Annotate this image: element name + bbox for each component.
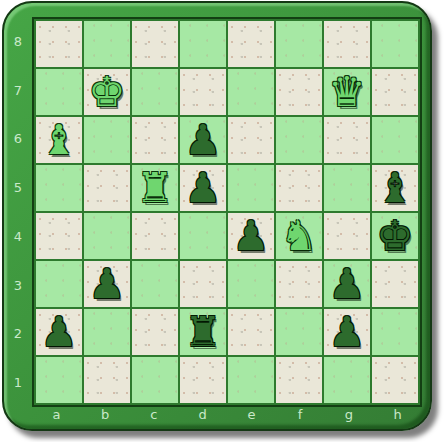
square-a3[interactable] (36, 261, 82, 307)
rank-label: 5 (4, 163, 32, 212)
square-g4[interactable] (324, 213, 370, 259)
square-h8[interactable] (372, 21, 418, 67)
square-a5[interactable] (36, 165, 82, 211)
square-d2[interactable]: ♜ (180, 309, 226, 355)
square-a8[interactable] (36, 21, 82, 67)
square-h2[interactable] (372, 309, 418, 355)
square-a1[interactable] (36, 357, 82, 403)
square-e7[interactable] (228, 69, 274, 115)
file-label: f (276, 407, 325, 427)
square-a6[interactable]: ♝ (36, 117, 82, 163)
white-king-b7[interactable]: ♚ (84, 69, 130, 115)
square-b4[interactable] (84, 213, 130, 259)
square-g3[interactable]: ♟ (324, 261, 370, 307)
square-e1[interactable] (228, 357, 274, 403)
white-knight-f4[interactable]: ♞ (276, 213, 322, 259)
square-g6[interactable] (324, 117, 370, 163)
square-d4[interactable] (180, 213, 226, 259)
file-label: c (130, 407, 179, 427)
square-d7[interactable] (180, 69, 226, 115)
black-pawn-a2[interactable]: ♟ (36, 309, 82, 355)
square-b2[interactable] (84, 309, 130, 355)
square-h5[interactable]: ♝ (372, 165, 418, 211)
square-a2[interactable]: ♟ (36, 309, 82, 355)
square-f1[interactable] (276, 357, 322, 403)
square-c1[interactable] (132, 357, 178, 403)
square-b8[interactable] (84, 21, 130, 67)
square-f2[interactable] (276, 309, 322, 355)
square-b1[interactable] (84, 357, 130, 403)
square-f4[interactable]: ♞ (276, 213, 322, 259)
square-e4[interactable]: ♟ (228, 213, 274, 259)
square-e8[interactable] (228, 21, 274, 67)
black-pawn-b3[interactable]: ♟ (84, 261, 130, 307)
square-d6[interactable]: ♟ (180, 117, 226, 163)
square-h7[interactable] (372, 69, 418, 115)
square-e2[interactable] (228, 309, 274, 355)
square-d1[interactable] (180, 357, 226, 403)
square-e3[interactable] (228, 261, 274, 307)
square-c6[interactable] (132, 117, 178, 163)
square-b5[interactable] (84, 165, 130, 211)
square-b7[interactable]: ♚ (84, 69, 130, 115)
square-a4[interactable] (36, 213, 82, 259)
file-label: d (178, 407, 227, 427)
black-pawn-g3[interactable]: ♟ (324, 261, 370, 307)
square-f6[interactable] (276, 117, 322, 163)
black-pawn-e4[interactable]: ♟ (228, 213, 274, 259)
chessboard[interactable]: ♚♛♝♟♜♟♝♟♞♚♟♟♟♜♟ (32, 17, 422, 407)
square-c5[interactable]: ♜ (132, 165, 178, 211)
square-c3[interactable] (132, 261, 178, 307)
rank-labels: 87654321 (4, 17, 32, 407)
square-b3[interactable]: ♟ (84, 261, 130, 307)
square-c2[interactable] (132, 309, 178, 355)
square-d8[interactable] (180, 21, 226, 67)
square-d5[interactable]: ♟ (180, 165, 226, 211)
square-c8[interactable] (132, 21, 178, 67)
square-c4[interactable] (132, 213, 178, 259)
square-f8[interactable] (276, 21, 322, 67)
square-g1[interactable] (324, 357, 370, 403)
rank-label: 6 (4, 115, 32, 164)
square-e5[interactable] (228, 165, 274, 211)
square-f7[interactable] (276, 69, 322, 115)
square-h6[interactable] (372, 117, 418, 163)
chess-app-window: 87654321 ♚♛♝♟♜♟♝♟♞♚♟♟♟♜♟ abcdefgh (0, 0, 444, 442)
rank-label: 8 (4, 17, 32, 66)
file-label: h (373, 407, 422, 427)
square-d3[interactable] (180, 261, 226, 307)
square-h1[interactable] (372, 357, 418, 403)
square-g7[interactable]: ♛ (324, 69, 370, 115)
rank-label: 3 (4, 261, 32, 310)
square-g8[interactable] (324, 21, 370, 67)
black-pawn-g2[interactable]: ♟ (324, 309, 370, 355)
black-pawn-d6[interactable]: ♟ (180, 117, 226, 163)
black-king-h4[interactable]: ♚ (372, 213, 418, 259)
white-rook-c5[interactable]: ♜ (132, 165, 178, 211)
rank-label: 7 (4, 66, 32, 115)
file-label: b (81, 407, 130, 427)
file-label: a (32, 407, 81, 427)
file-label: g (325, 407, 374, 427)
square-g5[interactable] (324, 165, 370, 211)
white-bishop-a6[interactable]: ♝ (36, 117, 82, 163)
black-bishop-h5[interactable]: ♝ (372, 165, 418, 211)
black-pawn-d5[interactable]: ♟ (180, 165, 226, 211)
square-e6[interactable] (228, 117, 274, 163)
square-b6[interactable] (84, 117, 130, 163)
square-g2[interactable]: ♟ (324, 309, 370, 355)
square-c7[interactable] (132, 69, 178, 115)
rank-label: 4 (4, 212, 32, 261)
rank-label: 2 (4, 310, 32, 359)
file-label: e (227, 407, 276, 427)
file-labels: abcdefgh (32, 407, 422, 427)
square-f3[interactable] (276, 261, 322, 307)
rank-label: 1 (4, 358, 32, 407)
board-frame: 87654321 ♚♛♝♟♜♟♝♟♞♚♟♟♟♜♟ abcdefgh (2, 1, 432, 431)
black-rook-d2[interactable]: ♜ (180, 309, 226, 355)
square-f5[interactable] (276, 165, 322, 211)
square-h3[interactable] (372, 261, 418, 307)
square-a7[interactable] (36, 69, 82, 115)
square-h4[interactable]: ♚ (372, 213, 418, 259)
white-queen-g7[interactable]: ♛ (324, 69, 370, 115)
